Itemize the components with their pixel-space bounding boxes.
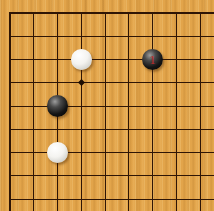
intersection-D17[interactable] [69,48,93,71]
intersection-F18[interactable] [117,25,141,48]
black-stone-C15 [47,95,69,117]
intersection-E12[interactable] [93,164,117,187]
intersection-D11[interactable] [69,187,93,210]
intersection-E15[interactable] [93,94,117,117]
intersection-A17[interactable] [0,48,22,71]
intersection-H17[interactable] [164,48,188,71]
intersection-J19[interactable] [188,1,212,24]
intersection-C16[interactable] [46,71,70,94]
intersection-B14[interactable] [22,118,46,141]
intersection-G16[interactable] [141,71,165,94]
intersection-A18[interactable] [0,25,22,48]
intersection-J13[interactable] [188,141,212,164]
intersection-J15[interactable] [188,94,212,117]
intersection-A12[interactable] [0,164,22,187]
intersection-C11[interactable] [46,187,70,210]
intersection-B17[interactable] [22,48,46,71]
intersection-B12[interactable] [22,164,46,187]
intersection-G17[interactable]: 1 [141,48,165,71]
intersection-E14[interactable] [93,118,117,141]
intersection-C17[interactable] [46,48,70,71]
intersection-F16[interactable] [117,71,141,94]
intersection-E18[interactable] [93,25,117,48]
intersection-H11[interactable] [164,187,188,210]
intersection-D15[interactable] [69,94,93,117]
intersection-F19[interactable] [117,1,141,24]
intersection-F17[interactable] [117,48,141,71]
intersection-J12[interactable] [188,164,212,187]
intersection-A16[interactable] [0,71,22,94]
intersection-C18[interactable] [46,25,70,48]
intersection-J16[interactable] [188,71,212,94]
intersection-D18[interactable] [69,25,93,48]
star-point [78,79,85,86]
intersection-G18[interactable] [141,25,165,48]
black-stone-G17: 1 [142,49,164,71]
intersection-B18[interactable] [22,25,46,48]
intersection-D12[interactable] [69,164,93,187]
intersection-C14[interactable] [46,118,70,141]
intersection-J18[interactable] [188,25,212,48]
intersection-H14[interactable] [164,118,188,141]
intersection-B16[interactable] [22,71,46,94]
intersection-H15[interactable] [164,94,188,117]
intersection-H19[interactable] [164,1,188,24]
intersection-G19[interactable] [141,1,165,24]
intersection-C13[interactable] [46,141,70,164]
intersection-G15[interactable] [141,94,165,117]
intersection-A14[interactable] [0,118,22,141]
intersection-B19[interactable] [22,1,46,24]
intersection-C12[interactable] [46,164,70,187]
intersection-A13[interactable] [0,141,22,164]
intersection-F11[interactable] [117,187,141,210]
intersection-J17[interactable] [188,48,212,71]
board-grid: 1 [0,1,212,210]
intersection-E11[interactable] [93,187,117,210]
intersection-E17[interactable] [93,48,117,71]
intersection-G11[interactable] [141,187,165,210]
intersection-H12[interactable] [164,164,188,187]
intersection-D19[interactable] [69,1,93,24]
white-stone-D17 [71,49,93,71]
intersection-D16[interactable] [69,71,93,94]
intersection-H18[interactable] [164,25,188,48]
intersection-J11[interactable] [188,187,212,210]
intersection-D13[interactable] [69,141,93,164]
intersection-E16[interactable] [93,71,117,94]
intersection-E13[interactable] [93,141,117,164]
intersection-B13[interactable] [22,141,46,164]
go-board: 1 [0,0,214,211]
intersection-A19[interactable] [0,1,22,24]
intersection-C19[interactable] [46,1,70,24]
intersection-A11[interactable] [0,187,22,210]
intersection-E19[interactable] [93,1,117,24]
intersection-F13[interactable] [117,141,141,164]
intersection-C15[interactable] [46,94,70,117]
intersection-B15[interactable] [22,94,46,117]
intersection-F14[interactable] [117,118,141,141]
intersection-F12[interactable] [117,164,141,187]
intersection-H16[interactable] [164,71,188,94]
move-number-label: 1 [149,53,156,66]
intersection-A15[interactable] [0,94,22,117]
intersection-G13[interactable] [141,141,165,164]
intersection-B11[interactable] [22,187,46,210]
white-stone-C13 [47,142,69,164]
intersection-F15[interactable] [117,94,141,117]
intersection-G14[interactable] [141,118,165,141]
intersection-H13[interactable] [164,141,188,164]
intersection-J14[interactable] [188,118,212,141]
intersection-D14[interactable] [69,118,93,141]
intersection-G12[interactable] [141,164,165,187]
